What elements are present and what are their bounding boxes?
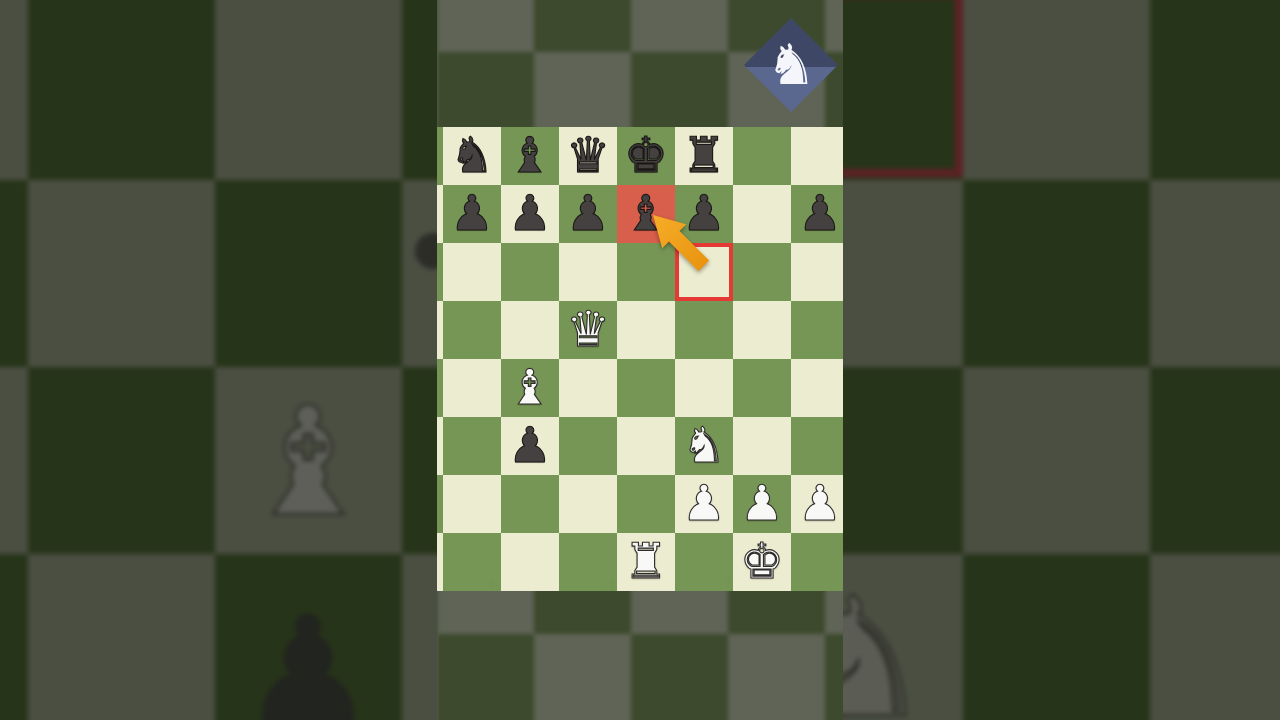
square-h6[interactable] bbox=[791, 243, 843, 301]
square-f3[interactable]: ♞ bbox=[675, 417, 733, 475]
square-b2[interactable] bbox=[443, 475, 501, 533]
square-c2[interactable] bbox=[501, 475, 559, 533]
piece-black-knight-b8[interactable]: ♞ bbox=[443, 127, 501, 185]
background-knight-silhouette: ♞ bbox=[843, 576, 932, 720]
piece-white-pawn-g2[interactable]: ♟ bbox=[733, 475, 791, 533]
square-h3[interactable] bbox=[791, 417, 843, 475]
square-c1[interactable]: c bbox=[501, 533, 559, 591]
square-d6[interactable] bbox=[559, 243, 617, 301]
background-red-outline-square bbox=[843, 0, 963, 177]
piece-black-pawn-b7[interactable]: ♟ bbox=[443, 185, 501, 243]
square-b8[interactable]: ♞ bbox=[443, 127, 501, 185]
square-d5[interactable]: ♛ bbox=[559, 301, 617, 359]
square-c5[interactable] bbox=[501, 301, 559, 359]
piece-black-pawn-d7[interactable]: ♟ bbox=[559, 185, 617, 243]
piece-black-pawn-c3[interactable]: ♟ bbox=[501, 417, 559, 475]
piece-white-pawn-h2[interactable]: ♟ bbox=[791, 475, 843, 533]
square-b6[interactable] bbox=[443, 243, 501, 301]
square-c3[interactable]: ♟ bbox=[501, 417, 559, 475]
center-strip: ♞♝♛♚♜♟♟♟♝♟♟♛♝♟♞♟♟♟abcd♜ef♚g ♞ bbox=[437, 0, 843, 720]
square-d8[interactable]: ♛ bbox=[559, 127, 617, 185]
square-c7[interactable]: ♟ bbox=[501, 185, 559, 243]
square-g1[interactable]: ♚g bbox=[733, 533, 791, 591]
background-pawn-silhouette: ♟ bbox=[241, 597, 375, 720]
square-e4[interactable] bbox=[617, 359, 675, 417]
piece-black-queen-d8[interactable]: ♛ bbox=[559, 127, 617, 185]
file-label-c: c bbox=[549, 577, 556, 590]
square-e2[interactable] bbox=[617, 475, 675, 533]
square-b4[interactable] bbox=[443, 359, 501, 417]
piece-white-pawn-f2[interactable]: ♟ bbox=[675, 475, 733, 533]
square-h8[interactable] bbox=[791, 127, 843, 185]
square-b5[interactable] bbox=[443, 301, 501, 359]
square-g8[interactable] bbox=[733, 127, 791, 185]
file-label-g: g bbox=[780, 577, 788, 590]
background-bishop-silhouette: ♝ bbox=[241, 387, 375, 537]
square-d3[interactable] bbox=[559, 417, 617, 475]
square-g4[interactable] bbox=[733, 359, 791, 417]
square-d7[interactable]: ♟ bbox=[559, 185, 617, 243]
file-label-e: e bbox=[665, 577, 672, 590]
piece-black-pawn-h7[interactable]: ♟ bbox=[791, 185, 843, 243]
file-label-a: a bbox=[437, 577, 440, 590]
piece-white-bishop-c4[interactable]: ♝ bbox=[501, 359, 559, 417]
square-f1[interactable]: f bbox=[675, 533, 733, 591]
piece-white-knight-f3[interactable]: ♞ bbox=[675, 417, 733, 475]
piece-black-pawn-c7[interactable]: ♟ bbox=[501, 185, 559, 243]
piece-white-queen-d5[interactable]: ♛ bbox=[559, 301, 617, 359]
square-d1[interactable]: d bbox=[559, 533, 617, 591]
background-right: ♞ bbox=[843, 0, 1280, 720]
square-h2[interactable]: ♟ bbox=[791, 475, 843, 533]
file-label-f: f bbox=[726, 577, 730, 590]
square-c8[interactable]: ♝ bbox=[501, 127, 559, 185]
square-f2[interactable]: ♟ bbox=[675, 475, 733, 533]
square-e8[interactable]: ♚ bbox=[617, 127, 675, 185]
background-checkerboard-left: ♝♟ bbox=[0, 0, 437, 720]
piece-black-king-e8[interactable]: ♚ bbox=[617, 127, 675, 185]
square-d2[interactable] bbox=[559, 475, 617, 533]
square-h4[interactable] bbox=[791, 359, 843, 417]
square-f4[interactable] bbox=[675, 359, 733, 417]
square-b7[interactable]: ♟ bbox=[443, 185, 501, 243]
piece-black-bishop-c8[interactable]: ♝ bbox=[501, 127, 559, 185]
square-b1[interactable]: b bbox=[443, 533, 501, 591]
square-g3[interactable] bbox=[733, 417, 791, 475]
logo-knight-icon: ♞ bbox=[766, 37, 816, 93]
board[interactable]: ♞♝♛♚♜♟♟♟♝♟♟♛♝♟♞♟♟♟abcd♜ef♚g bbox=[437, 127, 843, 591]
square-h1[interactable] bbox=[791, 533, 843, 591]
file-label-d: d bbox=[606, 577, 614, 590]
square-e3[interactable] bbox=[617, 417, 675, 475]
background-checkerboard-right: ♞ bbox=[843, 0, 1280, 720]
cursor-arrow-icon bbox=[637, 200, 747, 310]
square-h7[interactable]: ♟ bbox=[791, 185, 843, 243]
square-d4[interactable] bbox=[559, 359, 617, 417]
file-label-b: b bbox=[490, 577, 498, 590]
piece-black-rook-f8[interactable]: ♜ bbox=[675, 127, 733, 185]
background-left: ♝♟ bbox=[0, 0, 437, 720]
video-frame: ♝♟ ♞ ♞♝♛♚♜♟♟♟♝♟♟♛♝♟♞♟♟♟abcd♜ef♚g ♞ bbox=[0, 0, 1280, 720]
square-g2[interactable]: ♟ bbox=[733, 475, 791, 533]
square-e1[interactable]: ♜e bbox=[617, 533, 675, 591]
square-h5[interactable] bbox=[791, 301, 843, 359]
square-c4[interactable]: ♝ bbox=[501, 359, 559, 417]
square-f8[interactable]: ♜ bbox=[675, 127, 733, 185]
square-c6[interactable] bbox=[501, 243, 559, 301]
background-piece-top-knob bbox=[415, 233, 437, 269]
square-b3[interactable] bbox=[443, 417, 501, 475]
